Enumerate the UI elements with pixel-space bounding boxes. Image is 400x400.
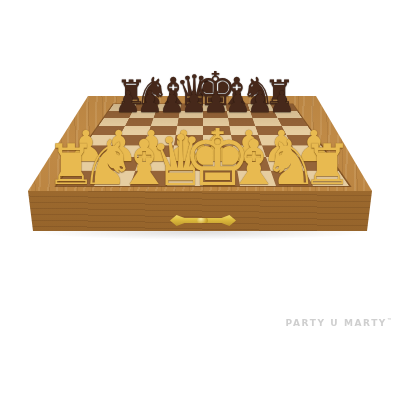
product-photo: ♜♞♝♛♚♝♞♜♟♟♟♟♟♟♟♟♟♟♟♟♟♟♟♟♜♞♝♛♚♝♞♜ PARTY U… [0,0,400,400]
pieces-layer: ♜♞♝♛♚♝♞♜♟♟♟♟♟♟♟♟♟♟♟♟♟♟♟♟♜♞♝♛♚♝♞♜ [0,0,400,400]
watermark-text: PARTY U MARTY [286,318,387,328]
piece-black-pawn-h7: ♟ [269,88,295,117]
watermark-tm: ™ [387,317,392,323]
watermark: PARTY U MARTY™ [286,317,392,328]
piece-white-rook-h1: ♜ [302,137,352,193]
